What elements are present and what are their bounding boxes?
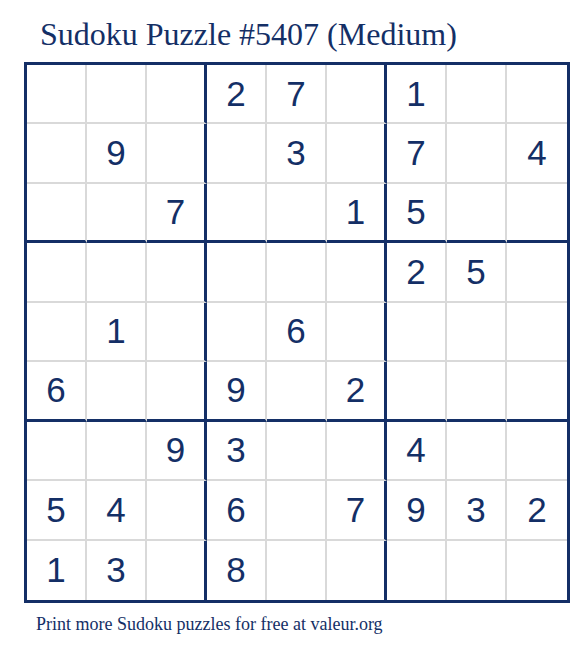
- cell-r5c1[interactable]: [27, 303, 87, 362]
- cell-r2c2[interactable]: 9: [87, 124, 147, 183]
- puzzle-title: Sudoku Puzzle #5407 (Medium): [40, 16, 457, 53]
- cell-r6c5[interactable]: [267, 362, 327, 421]
- sudoku-grid: 271937471525166929345467932138: [24, 62, 570, 603]
- cell-r3c8[interactable]: [447, 184, 507, 243]
- cell-r9c8[interactable]: [447, 541, 507, 600]
- cell-r8c7[interactable]: 9: [387, 481, 447, 540]
- cell-r6c1[interactable]: 6: [27, 362, 87, 421]
- cell-r6c4[interactable]: 9: [207, 362, 267, 421]
- cell-r1c9[interactable]: [507, 65, 567, 124]
- cell-r9c5[interactable]: [267, 541, 327, 600]
- cell-r5c5[interactable]: 6: [267, 303, 327, 362]
- cell-r2c9[interactable]: 4: [507, 124, 567, 183]
- cell-r1c8[interactable]: [447, 65, 507, 124]
- cell-r5c7[interactable]: [387, 303, 447, 362]
- cell-r9c4[interactable]: 8: [207, 541, 267, 600]
- cell-r8c9[interactable]: 2: [507, 481, 567, 540]
- cell-r7c8[interactable]: [447, 422, 507, 481]
- cell-r3c2[interactable]: [87, 184, 147, 243]
- cell-r7c4[interactable]: 3: [207, 422, 267, 481]
- cell-r9c6[interactable]: [327, 541, 387, 600]
- cell-r5c2[interactable]: 1: [87, 303, 147, 362]
- cell-r8c6[interactable]: 7: [327, 481, 387, 540]
- cell-r7c9[interactable]: [507, 422, 567, 481]
- cell-r7c1[interactable]: [27, 422, 87, 481]
- cell-r9c7[interactable]: [387, 541, 447, 600]
- cell-r7c6[interactable]: [327, 422, 387, 481]
- cell-r9c9[interactable]: [507, 541, 567, 600]
- cell-r2c7[interactable]: 7: [387, 124, 447, 183]
- cell-r9c2[interactable]: 3: [87, 541, 147, 600]
- cell-r6c9[interactable]: [507, 362, 567, 421]
- cell-r7c7[interactable]: 4: [387, 422, 447, 481]
- cell-r1c7[interactable]: 1: [387, 65, 447, 124]
- cell-r2c1[interactable]: [27, 124, 87, 183]
- cell-r3c6[interactable]: 1: [327, 184, 387, 243]
- cell-r4c8[interactable]: 5: [447, 243, 507, 302]
- cell-r3c4[interactable]: [207, 184, 267, 243]
- cell-r3c1[interactable]: [27, 184, 87, 243]
- cell-r8c5[interactable]: [267, 481, 327, 540]
- cell-r3c3[interactable]: 7: [147, 184, 207, 243]
- cell-r1c4[interactable]: 2: [207, 65, 267, 124]
- cell-r4c7[interactable]: 2: [387, 243, 447, 302]
- cell-r4c5[interactable]: [267, 243, 327, 302]
- cell-r6c2[interactable]: [87, 362, 147, 421]
- cell-r7c3[interactable]: 9: [147, 422, 207, 481]
- cell-r4c3[interactable]: [147, 243, 207, 302]
- cell-r1c1[interactable]: [27, 65, 87, 124]
- cell-r7c5[interactable]: [267, 422, 327, 481]
- cell-r5c8[interactable]: [447, 303, 507, 362]
- footer-credit: Print more Sudoku puzzles for free at va…: [36, 614, 383, 635]
- cell-r3c9[interactable]: [507, 184, 567, 243]
- cell-r3c5[interactable]: [267, 184, 327, 243]
- cell-r8c4[interactable]: 6: [207, 481, 267, 540]
- cell-r5c4[interactable]: [207, 303, 267, 362]
- cell-r2c4[interactable]: [207, 124, 267, 183]
- cell-r4c4[interactable]: [207, 243, 267, 302]
- cell-r1c6[interactable]: [327, 65, 387, 124]
- cell-r6c8[interactable]: [447, 362, 507, 421]
- cell-r4c9[interactable]: [507, 243, 567, 302]
- cell-r1c3[interactable]: [147, 65, 207, 124]
- cell-r9c1[interactable]: 1: [27, 541, 87, 600]
- cell-r8c1[interactable]: 5: [27, 481, 87, 540]
- cell-r4c1[interactable]: [27, 243, 87, 302]
- cell-r2c6[interactable]: [327, 124, 387, 183]
- cell-r1c2[interactable]: [87, 65, 147, 124]
- cell-r7c2[interactable]: [87, 422, 147, 481]
- cell-r6c3[interactable]: [147, 362, 207, 421]
- cell-r6c6[interactable]: 2: [327, 362, 387, 421]
- cell-r5c6[interactable]: [327, 303, 387, 362]
- cell-r1c5[interactable]: 7: [267, 65, 327, 124]
- cell-r8c8[interactable]: 3: [447, 481, 507, 540]
- cell-r2c3[interactable]: [147, 124, 207, 183]
- cell-r4c6[interactable]: [327, 243, 387, 302]
- cell-r9c3[interactable]: [147, 541, 207, 600]
- cell-r5c9[interactable]: [507, 303, 567, 362]
- cell-r8c3[interactable]: [147, 481, 207, 540]
- cell-r5c3[interactable]: [147, 303, 207, 362]
- cell-r6c7[interactable]: [387, 362, 447, 421]
- cell-r2c8[interactable]: [447, 124, 507, 183]
- cell-r2c5[interactable]: 3: [267, 124, 327, 183]
- cell-r4c2[interactable]: [87, 243, 147, 302]
- cell-r8c2[interactable]: 4: [87, 481, 147, 540]
- cell-r3c7[interactable]: 5: [387, 184, 447, 243]
